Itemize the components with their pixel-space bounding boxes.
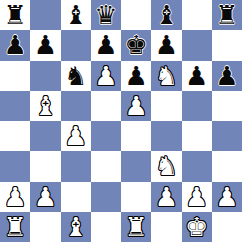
square-e7[interactable]: ♚	[121, 30, 151, 60]
square-c5[interactable]	[61, 91, 91, 121]
square-e8[interactable]	[121, 0, 151, 30]
square-h4[interactable]	[212, 121, 242, 151]
square-e4[interactable]	[121, 121, 151, 151]
piece-black-pawn[interactable]: ♟	[91, 30, 121, 60]
piece-black-pawn[interactable]: ♟	[151, 30, 181, 60]
square-d5[interactable]	[91, 91, 121, 121]
square-g3[interactable]	[182, 151, 212, 181]
square-c3[interactable]	[61, 151, 91, 181]
square-h2[interactable]: ♟	[212, 182, 242, 212]
square-c1[interactable]: ♝	[61, 212, 91, 242]
piece-black-rook[interactable]: ♜	[0, 0, 30, 30]
square-a3[interactable]	[0, 151, 30, 181]
piece-black-bishop[interactable]: ♝	[61, 0, 91, 30]
piece-white-pawn[interactable]: ♟	[91, 61, 121, 91]
piece-black-pawn[interactable]: ♟	[182, 61, 212, 91]
square-e3[interactable]	[121, 151, 151, 181]
square-d6[interactable]: ♟	[91, 61, 121, 91]
square-b5[interactable]: ♝	[30, 91, 60, 121]
square-a8[interactable]: ♜	[0, 0, 30, 30]
square-h1[interactable]	[212, 212, 242, 242]
square-c7[interactable]	[61, 30, 91, 60]
square-b8[interactable]	[30, 0, 60, 30]
square-b3[interactable]	[30, 151, 60, 181]
square-d8[interactable]: ♛	[91, 0, 121, 30]
square-b7[interactable]: ♟	[30, 30, 60, 60]
chess-board: ♜♝♛♝♜♟♟♟♚♟♞♟♟♞♟♟♝♟♟♞♟♟♟♟♟♜♝♜♚	[0, 0, 242, 242]
piece-black-knight[interactable]: ♞	[61, 61, 91, 91]
piece-black-king[interactable]: ♚	[121, 30, 151, 60]
piece-black-pawn[interactable]: ♟	[0, 30, 30, 60]
square-f6[interactable]: ♞	[151, 61, 181, 91]
square-h8[interactable]: ♜	[212, 0, 242, 30]
square-a7[interactable]: ♟	[0, 30, 30, 60]
square-a2[interactable]: ♟	[0, 182, 30, 212]
piece-black-pawn[interactable]: ♟	[30, 30, 60, 60]
square-a5[interactable]	[0, 91, 30, 121]
square-g4[interactable]	[182, 121, 212, 151]
square-f2[interactable]: ♟	[151, 182, 181, 212]
piece-black-queen[interactable]: ♛	[91, 0, 121, 30]
piece-black-bishop[interactable]: ♝	[151, 0, 181, 30]
piece-white-knight[interactable]: ♞	[151, 151, 181, 181]
square-h3[interactable]	[212, 151, 242, 181]
square-g7[interactable]	[182, 30, 212, 60]
square-g6[interactable]: ♟	[182, 61, 212, 91]
piece-white-rook[interactable]: ♜	[121, 212, 151, 242]
square-h5[interactable]	[212, 91, 242, 121]
square-d1[interactable]	[91, 212, 121, 242]
square-f4[interactable]	[151, 121, 181, 151]
piece-white-pawn[interactable]: ♟	[212, 182, 242, 212]
square-c6[interactable]: ♞	[61, 61, 91, 91]
piece-black-pawn[interactable]: ♟	[212, 61, 242, 91]
square-c8[interactable]: ♝	[61, 0, 91, 30]
piece-white-pawn[interactable]: ♟	[121, 91, 151, 121]
square-b4[interactable]	[30, 121, 60, 151]
piece-white-pawn[interactable]: ♟	[0, 182, 30, 212]
piece-white-bishop[interactable]: ♝	[30, 91, 60, 121]
square-a6[interactable]	[0, 61, 30, 91]
square-c2[interactable]	[61, 182, 91, 212]
square-d3[interactable]	[91, 151, 121, 181]
square-e1[interactable]: ♜	[121, 212, 151, 242]
square-d4[interactable]	[91, 121, 121, 151]
piece-white-knight[interactable]: ♞	[151, 61, 181, 91]
piece-black-rook[interactable]: ♜	[212, 0, 242, 30]
square-e6[interactable]: ♟	[121, 61, 151, 91]
piece-white-pawn[interactable]: ♟	[61, 121, 91, 151]
square-f8[interactable]: ♝	[151, 0, 181, 30]
square-c4[interactable]: ♟	[61, 121, 91, 151]
piece-white-bishop[interactable]: ♝	[61, 212, 91, 242]
piece-white-pawn[interactable]: ♟	[182, 182, 212, 212]
piece-white-pawn[interactable]: ♟	[30, 182, 60, 212]
piece-white-king[interactable]: ♚	[182, 212, 212, 242]
square-g1[interactable]: ♚	[182, 212, 212, 242]
square-b6[interactable]	[30, 61, 60, 91]
square-g2[interactable]: ♟	[182, 182, 212, 212]
square-d7[interactable]: ♟	[91, 30, 121, 60]
square-a4[interactable]	[0, 121, 30, 151]
square-b1[interactable]	[30, 212, 60, 242]
square-f1[interactable]	[151, 212, 181, 242]
square-h7[interactable]	[212, 30, 242, 60]
square-f7[interactable]: ♟	[151, 30, 181, 60]
piece-white-pawn[interactable]: ♟	[151, 182, 181, 212]
square-f3[interactable]: ♞	[151, 151, 181, 181]
piece-black-pawn[interactable]: ♟	[121, 61, 151, 91]
square-h6[interactable]: ♟	[212, 61, 242, 91]
square-e2[interactable]	[121, 182, 151, 212]
square-a1[interactable]: ♜	[0, 212, 30, 242]
square-f5[interactable]	[151, 91, 181, 121]
square-b2[interactable]: ♟	[30, 182, 60, 212]
square-d2[interactable]	[91, 182, 121, 212]
square-g8[interactable]	[182, 0, 212, 30]
square-g5[interactable]	[182, 91, 212, 121]
piece-white-rook[interactable]: ♜	[0, 212, 30, 242]
square-e5[interactable]: ♟	[121, 91, 151, 121]
